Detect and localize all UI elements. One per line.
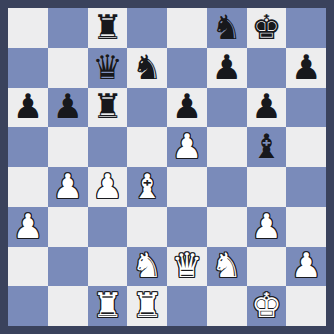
square-a2[interactable]	[8, 247, 48, 287]
square-h8[interactable]	[286, 8, 326, 48]
square-d8[interactable]	[127, 8, 167, 48]
square-e6[interactable]: ♟	[167, 88, 207, 128]
square-a4[interactable]	[8, 167, 48, 207]
white-pawn-piece: ♟	[13, 209, 43, 243]
square-d5[interactable]	[127, 127, 167, 167]
square-b8[interactable]	[48, 8, 88, 48]
square-c6[interactable]: ♜	[88, 88, 128, 128]
square-c3[interactable]	[88, 207, 128, 247]
square-d2[interactable]: ♞	[127, 247, 167, 287]
square-e1[interactable]	[167, 286, 207, 326]
black-knight-piece: ♞	[211, 10, 241, 44]
square-h5[interactable]	[286, 127, 326, 167]
square-d7[interactable]: ♞	[127, 48, 167, 88]
square-h1[interactable]	[286, 286, 326, 326]
square-g7[interactable]	[247, 48, 287, 88]
square-e5[interactable]: ♟	[167, 127, 207, 167]
black-pawn-piece: ♟	[291, 50, 321, 84]
square-g3[interactable]: ♟	[247, 207, 287, 247]
square-b3[interactable]	[48, 207, 88, 247]
black-king-piece: ♚	[251, 10, 281, 44]
square-g6[interactable]: ♟	[247, 88, 287, 128]
black-pawn-piece: ♟	[211, 50, 241, 84]
square-b4[interactable]: ♟	[48, 167, 88, 207]
square-b1[interactable]	[48, 286, 88, 326]
square-a3[interactable]: ♟	[8, 207, 48, 247]
square-f1[interactable]	[207, 286, 247, 326]
square-f3[interactable]	[207, 207, 247, 247]
square-f8[interactable]: ♞	[207, 8, 247, 48]
square-h6[interactable]	[286, 88, 326, 128]
square-d4[interactable]: ♝	[127, 167, 167, 207]
square-h7[interactable]: ♟	[286, 48, 326, 88]
black-pawn-piece: ♟	[251, 89, 281, 123]
square-f7[interactable]: ♟	[207, 48, 247, 88]
square-b5[interactable]	[48, 127, 88, 167]
square-c4[interactable]: ♟	[88, 167, 128, 207]
square-a5[interactable]	[8, 127, 48, 167]
square-h2[interactable]: ♟	[286, 247, 326, 287]
chess-board: ♜♞♚♛♞♟♟♟♟♜♟♟♟♝♟♟♝♟♟♞♛♞♟♜♜♚	[0, 0, 334, 334]
square-b7[interactable]	[48, 48, 88, 88]
square-f4[interactable]	[207, 167, 247, 207]
square-c1[interactable]: ♜	[88, 286, 128, 326]
square-a7[interactable]	[8, 48, 48, 88]
square-a8[interactable]	[8, 8, 48, 48]
square-b2[interactable]	[48, 247, 88, 287]
square-c5[interactable]	[88, 127, 128, 167]
square-g5[interactable]: ♝	[247, 127, 287, 167]
square-g4[interactable]	[247, 167, 287, 207]
white-rook-piece: ♜	[92, 288, 122, 322]
square-e3[interactable]	[167, 207, 207, 247]
white-queen-piece: ♛	[172, 248, 202, 282]
white-pawn-piece: ♟	[52, 169, 82, 203]
square-e2[interactable]: ♛	[167, 247, 207, 287]
white-bishop-piece: ♝	[132, 169, 162, 203]
square-g1[interactable]: ♚	[247, 286, 287, 326]
square-d3[interactable]	[127, 207, 167, 247]
black-queen-piece: ♛	[92, 50, 122, 84]
square-e4[interactable]	[167, 167, 207, 207]
white-king-piece: ♚	[251, 288, 281, 322]
white-knight-piece: ♞	[211, 248, 241, 282]
black-pawn-piece: ♟	[52, 89, 82, 123]
square-g8[interactable]: ♚	[247, 8, 287, 48]
square-h4[interactable]	[286, 167, 326, 207]
square-c2[interactable]	[88, 247, 128, 287]
square-e8[interactable]	[167, 8, 207, 48]
white-pawn-piece: ♟	[251, 209, 281, 243]
square-a6[interactable]: ♟	[8, 88, 48, 128]
square-g2[interactable]	[247, 247, 287, 287]
black-rook-piece: ♜	[92, 10, 122, 44]
black-pawn-piece: ♟	[13, 89, 43, 123]
white-pawn-piece: ♟	[172, 129, 202, 163]
square-h3[interactable]	[286, 207, 326, 247]
square-b6[interactable]: ♟	[48, 88, 88, 128]
black-rook-piece: ♜	[92, 89, 122, 123]
black-pawn-piece: ♟	[172, 89, 202, 123]
square-d1[interactable]: ♜	[127, 286, 167, 326]
black-knight-piece: ♞	[132, 50, 162, 84]
square-d6[interactable]	[127, 88, 167, 128]
black-bishop-piece: ♝	[251, 129, 281, 163]
square-e7[interactable]	[167, 48, 207, 88]
square-f2[interactable]: ♞	[207, 247, 247, 287]
white-pawn-piece: ♟	[291, 248, 321, 282]
square-a1[interactable]	[8, 286, 48, 326]
white-pawn-piece: ♟	[92, 169, 122, 203]
square-f5[interactable]	[207, 127, 247, 167]
chess-board-grid: ♜♞♚♛♞♟♟♟♟♜♟♟♟♝♟♟♝♟♟♞♛♞♟♜♜♚	[8, 8, 326, 326]
square-c8[interactable]: ♜	[88, 8, 128, 48]
square-f6[interactable]	[207, 88, 247, 128]
white-knight-piece: ♞	[132, 248, 162, 282]
white-rook-piece: ♜	[132, 288, 162, 322]
square-c7[interactable]: ♛	[88, 48, 128, 88]
